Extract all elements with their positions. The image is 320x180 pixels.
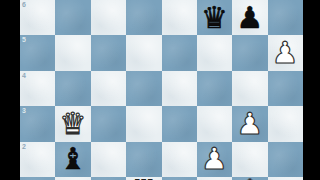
square-c2[interactable] xyxy=(91,142,126,177)
square-a6[interactable]: 6 xyxy=(20,0,55,35)
square-h4[interactable] xyxy=(268,71,303,106)
square-a2[interactable]: 2 xyxy=(20,142,55,177)
square-g3[interactable]: ♟ xyxy=(232,106,267,141)
square-b4[interactable] xyxy=(55,71,90,106)
square-c5[interactable] xyxy=(91,35,126,70)
chess-board: 6♛♟5♟43♛♟2♝♟♜♚ xyxy=(20,0,303,180)
square-f1[interactable] xyxy=(197,177,232,180)
square-d5[interactable] xyxy=(126,35,161,70)
square-f2[interactable]: ♟ xyxy=(197,142,232,177)
square-a1[interactable] xyxy=(20,177,55,180)
piece-white-pawn-h5[interactable]: ♟ xyxy=(272,38,299,68)
piece-black-bishop-b2[interactable]: ♝ xyxy=(60,144,87,174)
square-h3[interactable] xyxy=(268,106,303,141)
square-b6[interactable] xyxy=(55,0,90,35)
square-e2[interactable] xyxy=(162,142,197,177)
square-d4[interactable] xyxy=(126,71,161,106)
square-e1[interactable] xyxy=(162,177,197,180)
square-b1[interactable] xyxy=(55,177,90,180)
square-a5[interactable]: 5 xyxy=(20,35,55,70)
square-a4[interactable]: 4 xyxy=(20,71,55,106)
square-a3[interactable]: 3 xyxy=(20,106,55,141)
square-d1[interactable]: ♜ xyxy=(126,177,161,180)
square-g5[interactable] xyxy=(232,35,267,70)
piece-black-rook-d1[interactable]: ♜ xyxy=(130,176,157,180)
piece-white-pawn-g3[interactable]: ♟ xyxy=(236,109,263,139)
piece-black-queen-f6[interactable]: ♛ xyxy=(201,3,228,33)
square-b5[interactable] xyxy=(55,35,90,70)
rank-label-2: 2 xyxy=(22,143,26,150)
square-c4[interactable] xyxy=(91,71,126,106)
square-b2[interactable]: ♝ xyxy=(55,142,90,177)
square-f4[interactable] xyxy=(197,71,232,106)
square-e6[interactable] xyxy=(162,0,197,35)
square-b3[interactable]: ♛ xyxy=(55,106,90,141)
piece-black-pawn-g6[interactable]: ♟ xyxy=(236,3,263,33)
square-g4[interactable] xyxy=(232,71,267,106)
square-g6[interactable]: ♟ xyxy=(232,0,267,35)
rank-label-3: 3 xyxy=(22,107,26,114)
square-h6[interactable] xyxy=(268,0,303,35)
rank-label-6: 6 xyxy=(22,1,26,8)
square-h5[interactable]: ♟ xyxy=(268,35,303,70)
square-c3[interactable] xyxy=(91,106,126,141)
square-h1[interactable] xyxy=(268,177,303,180)
square-f6[interactable]: ♛ xyxy=(197,0,232,35)
piece-white-king-g1[interactable]: ♚ xyxy=(236,176,263,180)
square-d2[interactable] xyxy=(126,142,161,177)
square-c6[interactable] xyxy=(91,0,126,35)
square-e5[interactable] xyxy=(162,35,197,70)
square-g2[interactable] xyxy=(232,142,267,177)
square-c1[interactable] xyxy=(91,177,126,180)
square-h2[interactable] xyxy=(268,142,303,177)
rank-label-4: 4 xyxy=(22,72,26,79)
square-d6[interactable] xyxy=(126,0,161,35)
square-g1[interactable]: ♚ xyxy=(232,177,267,180)
square-f3[interactable] xyxy=(197,106,232,141)
square-d3[interactable] xyxy=(126,106,161,141)
rank-label-5: 5 xyxy=(22,36,26,43)
piece-white-queen-b3[interactable]: ♛ xyxy=(60,109,87,139)
piece-white-pawn-f2[interactable]: ♟ xyxy=(201,144,228,174)
square-e3[interactable] xyxy=(162,106,197,141)
square-f5[interactable] xyxy=(197,35,232,70)
square-e4[interactable] xyxy=(162,71,197,106)
